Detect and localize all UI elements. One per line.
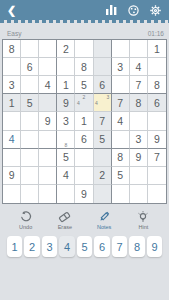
given-digit: 7 xyxy=(117,97,123,109)
cell-r8c3[interactable] xyxy=(39,167,57,185)
cell-r8c9[interactable] xyxy=(148,167,166,185)
cell-r2c4[interactable] xyxy=(57,58,75,76)
cell-r2c1[interactable] xyxy=(3,58,21,76)
cell-r2c2[interactable]: 6 xyxy=(21,58,39,76)
given-digit: 7 xyxy=(154,151,160,163)
given-digit: 8 xyxy=(135,97,141,109)
cell-r6c6[interactable]: 5 xyxy=(94,131,112,149)
cell-r9c9[interactable] xyxy=(148,185,166,203)
cell-r5c1[interactable] xyxy=(3,112,21,130)
cell-r6c7[interactable] xyxy=(112,131,130,149)
given-digit: 1 xyxy=(154,43,160,55)
undo-icon xyxy=(20,210,32,223)
given-digit: 7 xyxy=(135,79,141,91)
cell-r8c4[interactable]: 4 xyxy=(57,167,75,185)
cell-r1c9[interactable]: 1 xyxy=(148,40,166,58)
cell-r9c7[interactable] xyxy=(112,185,130,203)
cell-r9c2[interactable] xyxy=(21,185,39,203)
given-digit: 9 xyxy=(63,97,69,109)
numpad-key-2[interactable]: 2 xyxy=(24,236,40,257)
cell-r2c7[interactable]: 3 xyxy=(112,58,130,76)
given-digit: 5 xyxy=(63,151,69,163)
pencil-notes: 24 xyxy=(75,94,92,111)
back-icon[interactable]: ❮ xyxy=(7,0,16,20)
cell-r9c5[interactable]: 9 xyxy=(75,185,93,203)
cell-r5c2[interactable] xyxy=(21,112,39,130)
cell-r5c6[interactable]: 7 xyxy=(94,112,112,130)
given-digit: 8 xyxy=(154,79,160,91)
given-digit: 9 xyxy=(45,115,51,127)
numpad-key-8[interactable]: 8 xyxy=(129,236,145,257)
notes-label: Notes xyxy=(97,224,111,230)
cell-r1c6[interactable] xyxy=(94,40,112,58)
cell-r2c6[interactable] xyxy=(94,58,112,76)
cell-r9c1[interactable] xyxy=(3,185,21,203)
cell-r9c4[interactable] xyxy=(57,185,75,203)
given-digit: 9 xyxy=(81,188,87,200)
given-digit: 8 xyxy=(9,43,15,55)
given-digit: 4 xyxy=(135,61,141,73)
numpad-key-6[interactable]: 6 xyxy=(94,236,110,257)
cell-r6c9[interactable]: 9 xyxy=(148,131,166,149)
undo-label: Undo xyxy=(19,224,32,230)
cell-r1c1[interactable]: 8 xyxy=(3,40,21,58)
cell-r4c9[interactable]: 6 xyxy=(148,94,166,112)
given-digit: 4 xyxy=(45,79,51,91)
cell-r9c3[interactable] xyxy=(39,185,57,203)
cell-r4c7[interactable]: 7 xyxy=(112,94,130,112)
hint-button[interactable]: Hint xyxy=(131,210,155,230)
cell-r6c3[interactable] xyxy=(39,131,57,149)
cell-r7c8[interactable]: 9 xyxy=(130,149,148,167)
given-digit: 8 xyxy=(117,151,123,163)
given-digit: 1 xyxy=(81,115,87,127)
cell-r7c1[interactable] xyxy=(3,149,21,167)
undo-button[interactable]: Undo xyxy=(14,210,38,230)
user-digit: 4 xyxy=(9,133,15,145)
cell-r2c9[interactable] xyxy=(148,58,166,76)
cell-r7c3[interactable] xyxy=(39,149,57,167)
given-digit: 9 xyxy=(135,151,141,163)
cell-r5c5[interactable]: 1 xyxy=(75,112,93,130)
numpad-key-1[interactable]: 1 xyxy=(7,236,23,257)
cell-r1c2[interactable] xyxy=(21,40,39,58)
cell-r1c4[interactable]: 2 xyxy=(57,40,75,58)
cell-r4c2[interactable]: 5 xyxy=(21,94,39,112)
cell-r4c4[interactable]: 9 xyxy=(57,94,75,112)
cell-r8c6[interactable]: 2 xyxy=(94,167,112,185)
top-bar: ❮ xyxy=(0,0,169,20)
given-digit: 3 xyxy=(135,133,141,145)
sudoku-board: 8216834341567815924347869317448653958979… xyxy=(2,39,167,204)
cell-r6c8[interactable]: 3 xyxy=(130,131,148,149)
cell-r4c3[interactable] xyxy=(39,94,57,112)
cell-r4c6[interactable]: 34 xyxy=(94,94,112,112)
cell-r1c7[interactable] xyxy=(112,40,130,58)
given-digit: 7 xyxy=(99,115,105,127)
cell-r3c3[interactable]: 4 xyxy=(39,76,57,94)
cell-r7c2[interactable] xyxy=(21,149,39,167)
given-digit: 1 xyxy=(63,79,69,91)
cell-r8c5[interactable] xyxy=(75,167,93,185)
given-digit: 6 xyxy=(27,61,33,73)
cell-r6c4[interactable]: 8 xyxy=(57,131,75,149)
given-digit: 9 xyxy=(154,133,160,145)
cell-r9c6[interactable] xyxy=(94,185,112,203)
given-digit: 9 xyxy=(9,169,15,181)
toolbar: Undo Erase Notes xyxy=(0,210,169,230)
numpad-key-9[interactable]: 9 xyxy=(147,236,163,257)
timer: 01:16 xyxy=(148,30,164,37)
given-digit: 3 xyxy=(63,115,69,127)
cell-r1c5[interactable] xyxy=(75,40,93,58)
cell-r3c2[interactable] xyxy=(21,76,39,94)
cell-r8c1[interactable]: 9 xyxy=(3,167,21,185)
cell-r7c7[interactable]: 8 xyxy=(112,149,130,167)
cell-r3c1[interactable]: 3 xyxy=(3,76,21,94)
pencil-notes: 8 xyxy=(57,131,74,148)
cell-r7c9[interactable]: 7 xyxy=(148,149,166,167)
cell-r8c2[interactable] xyxy=(21,167,39,185)
settings-gear-icon[interactable] xyxy=(149,4,162,17)
cell-r2c8[interactable]: 4 xyxy=(130,58,148,76)
cell-r9c8[interactable] xyxy=(130,185,148,203)
cell-r8c7[interactable]: 5 xyxy=(112,167,130,185)
erase-label: Erase xyxy=(58,224,72,230)
numpad-key-5[interactable]: 5 xyxy=(77,236,93,257)
cell-r7c4[interactable]: 5 xyxy=(57,149,75,167)
cell-r3c6[interactable]: 6 xyxy=(94,76,112,94)
cell-r6c2[interactable] xyxy=(21,131,39,149)
given-digit: 1 xyxy=(9,97,15,109)
given-digit: 5 xyxy=(81,79,87,91)
cell-r3c5[interactable]: 5 xyxy=(75,76,93,94)
cell-r3c7[interactable] xyxy=(112,76,130,94)
erase-button[interactable]: Erase xyxy=(53,210,77,230)
given-digit: 6 xyxy=(154,97,160,109)
notes-button[interactable]: Notes xyxy=(92,210,116,230)
numpad-key-3[interactable]: 3 xyxy=(42,236,58,257)
given-digit: 6 xyxy=(99,79,105,91)
cell-r3c9[interactable]: 8 xyxy=(148,76,166,94)
given-digit: 6 xyxy=(81,133,87,145)
cell-r5c7[interactable]: 4 xyxy=(112,112,130,130)
cell-r4c5[interactable]: 24 xyxy=(75,94,93,112)
cell-r5c8[interactable] xyxy=(130,112,148,130)
given-digit: 8 xyxy=(81,61,87,73)
given-digit: 3 xyxy=(117,61,123,73)
hint-label: Hint xyxy=(138,224,148,230)
cell-r6c1[interactable]: 4 xyxy=(3,131,21,149)
cell-r5c4[interactable]: 3 xyxy=(57,112,75,130)
given-digit: 4 xyxy=(63,169,69,181)
cell-r6c5[interactable]: 6 xyxy=(75,131,93,149)
given-digit: 2 xyxy=(63,43,69,55)
cell-r3c4[interactable]: 1 xyxy=(57,76,75,94)
cell-r4c1[interactable]: 1 xyxy=(3,94,21,112)
cell-r7c5[interactable] xyxy=(75,149,93,167)
bulb-icon xyxy=(137,210,149,223)
cell-r8c8[interactable] xyxy=(130,167,148,185)
cell-r5c9[interactable] xyxy=(148,112,166,130)
cell-r5c3[interactable]: 9 xyxy=(39,112,57,130)
eraser-icon xyxy=(58,210,71,223)
given-digit: 5 xyxy=(117,169,123,181)
given-digit: 4 xyxy=(117,115,123,127)
theme-palette-icon[interactable] xyxy=(127,4,140,17)
given-digit: 3 xyxy=(9,79,15,91)
given-digit: 5 xyxy=(99,133,105,145)
cell-r3c8[interactable]: 7 xyxy=(130,76,148,94)
cell-r2c3[interactable] xyxy=(39,58,57,76)
numpad-key-7[interactable]: 7 xyxy=(112,236,128,257)
numpad-key-4[interactable]: 4 xyxy=(59,236,75,257)
stats-icon[interactable] xyxy=(105,4,118,17)
cell-r7c6[interactable] xyxy=(94,149,112,167)
given-digit: 2 xyxy=(99,169,105,181)
cell-r2c5[interactable]: 8 xyxy=(75,58,93,76)
pencil-icon xyxy=(98,210,110,223)
cell-r1c3[interactable] xyxy=(39,40,57,58)
cell-r1c8[interactable] xyxy=(130,40,148,58)
difficulty-label: Easy xyxy=(7,30,21,37)
numpad: 123456789 xyxy=(0,236,169,257)
given-digit: 5 xyxy=(27,97,33,109)
cell-r4c8[interactable]: 8 xyxy=(130,94,148,112)
pencil-notes: 34 xyxy=(94,94,111,111)
